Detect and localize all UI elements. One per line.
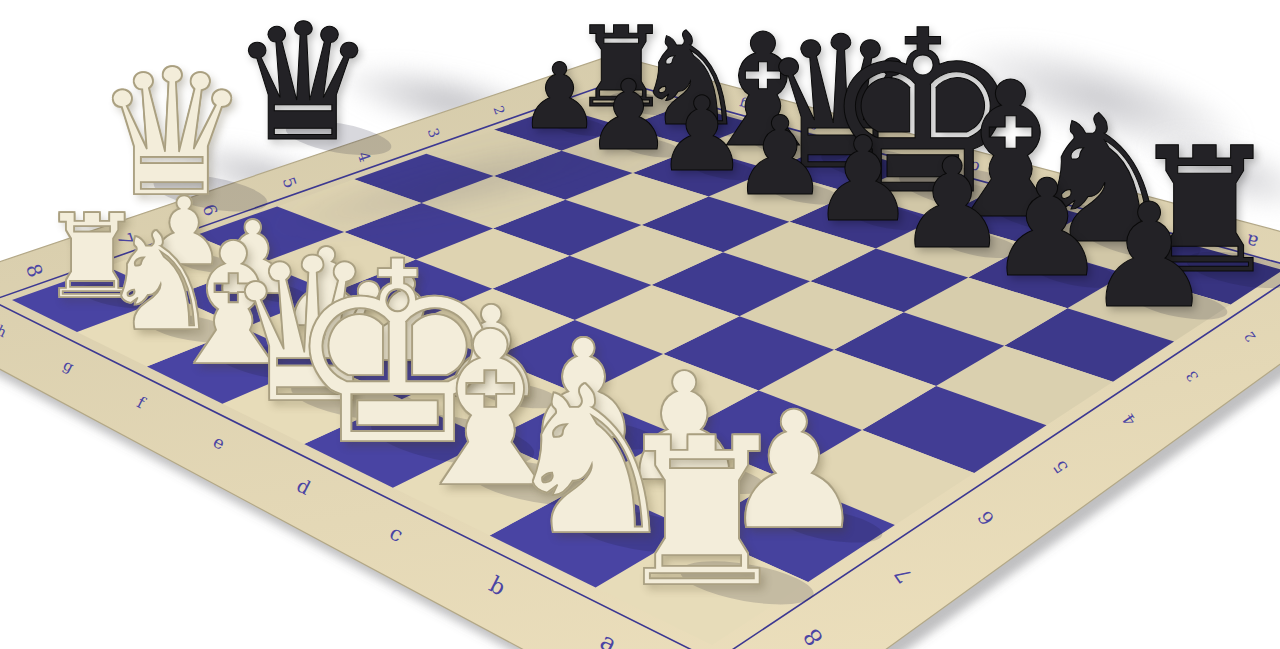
vinyl-chessboard: hgfedcbahgfedcba1234567812345678 — [0, 0, 1280, 649]
chess-set-product-photo: hgfedcbahgfedcba1234567812345678 ♜♞♟♛♝♟♛… — [0, 0, 1280, 649]
